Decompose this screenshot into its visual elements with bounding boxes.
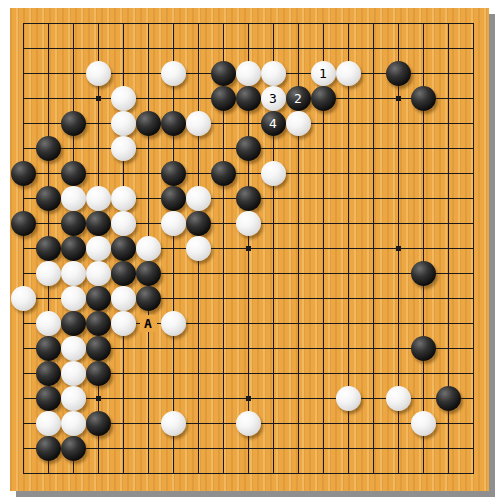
stone-white[interactable] xyxy=(261,161,286,186)
stone-black[interactable] xyxy=(386,61,411,86)
move-number-2: 2 xyxy=(286,86,311,111)
stone-white[interactable] xyxy=(86,236,111,261)
star-point xyxy=(396,96,401,101)
stone-white[interactable] xyxy=(136,236,161,261)
stone-white[interactable] xyxy=(336,61,361,86)
move-number-3: 3 xyxy=(261,86,286,111)
stone-white[interactable] xyxy=(161,61,186,86)
stone-white[interactable] xyxy=(161,411,186,436)
star-point xyxy=(96,96,101,101)
stone-black[interactable] xyxy=(61,236,86,261)
stone-black[interactable] xyxy=(36,436,61,461)
move-number-4: 4 xyxy=(261,111,286,136)
stone-white[interactable] xyxy=(111,286,136,311)
stone-black[interactable] xyxy=(61,111,86,136)
stone-black[interactable] xyxy=(61,161,86,186)
stone-black[interactable] xyxy=(36,236,61,261)
stone-black[interactable] xyxy=(186,211,211,236)
page: 1234A xyxy=(0,0,500,500)
stone-black[interactable] xyxy=(11,161,36,186)
stone-white[interactable] xyxy=(36,311,61,336)
move-number-1: 1 xyxy=(311,61,336,86)
stone-black[interactable] xyxy=(211,86,236,111)
stone-white[interactable] xyxy=(61,336,86,361)
stone-white[interactable] xyxy=(161,311,186,336)
stone-white[interactable] xyxy=(61,286,86,311)
stone-white[interactable] xyxy=(186,236,211,261)
stone-black[interactable] xyxy=(136,111,161,136)
stone-white[interactable] xyxy=(386,386,411,411)
stone-black[interactable] xyxy=(111,261,136,286)
point-label-A: A xyxy=(140,315,157,332)
stone-black[interactable] xyxy=(86,286,111,311)
stone-white[interactable] xyxy=(236,411,261,436)
stone-white[interactable] xyxy=(11,286,36,311)
stone-white[interactable] xyxy=(36,411,61,436)
stone-black[interactable] xyxy=(86,336,111,361)
stone-black[interactable] xyxy=(36,186,61,211)
stone-white[interactable] xyxy=(111,186,136,211)
stone-black[interactable] xyxy=(86,411,111,436)
stone-black[interactable] xyxy=(36,386,61,411)
stone-white[interactable] xyxy=(161,211,186,236)
stone-white[interactable] xyxy=(86,261,111,286)
stone-white[interactable] xyxy=(61,411,86,436)
star-point xyxy=(246,396,251,401)
stone-white[interactable] xyxy=(236,211,261,236)
stone-black[interactable] xyxy=(311,86,336,111)
go-board[interactable]: 1234A xyxy=(10,8,489,491)
stone-black[interactable] xyxy=(61,211,86,236)
stone-black[interactable] xyxy=(161,161,186,186)
stone-black[interactable] xyxy=(136,286,161,311)
stone-white[interactable] xyxy=(111,136,136,161)
stone-black[interactable] xyxy=(36,336,61,361)
stone-black[interactable] xyxy=(136,261,161,286)
stone-white[interactable] xyxy=(236,61,261,86)
star-point xyxy=(246,246,251,251)
stone-white[interactable] xyxy=(286,111,311,136)
stone-white[interactable] xyxy=(411,411,436,436)
stone-black[interactable] xyxy=(36,361,61,386)
stone-white[interactable] xyxy=(61,361,86,386)
stone-white[interactable] xyxy=(36,261,61,286)
stone-white[interactable] xyxy=(336,386,361,411)
stone-black[interactable] xyxy=(61,311,86,336)
stone-black[interactable] xyxy=(86,211,111,236)
stone-black[interactable] xyxy=(236,136,261,161)
stone-black[interactable] xyxy=(161,186,186,211)
stone-black[interactable] xyxy=(211,161,236,186)
stone-black[interactable] xyxy=(236,186,261,211)
stone-black[interactable] xyxy=(86,361,111,386)
star-point xyxy=(396,246,401,251)
stone-black[interactable] xyxy=(111,236,136,261)
stone-black[interactable] xyxy=(436,386,461,411)
stone-black[interactable] xyxy=(211,61,236,86)
stone-black[interactable] xyxy=(411,336,436,361)
star-point xyxy=(96,396,101,401)
stone-black[interactable] xyxy=(411,86,436,111)
stone-white[interactable] xyxy=(111,311,136,336)
stone-black[interactable] xyxy=(11,211,36,236)
stone-white[interactable] xyxy=(86,186,111,211)
stone-white[interactable] xyxy=(111,86,136,111)
stone-black[interactable] xyxy=(411,261,436,286)
stone-black[interactable] xyxy=(86,311,111,336)
stone-white[interactable] xyxy=(86,61,111,86)
stone-white[interactable] xyxy=(186,186,211,211)
stone-black[interactable] xyxy=(61,436,86,461)
stone-white[interactable] xyxy=(186,111,211,136)
stone-white[interactable] xyxy=(61,386,86,411)
stone-black[interactable] xyxy=(161,111,186,136)
stone-white[interactable] xyxy=(61,261,86,286)
stone-black[interactable] xyxy=(236,86,261,111)
stone-white[interactable] xyxy=(61,186,86,211)
stone-black[interactable] xyxy=(36,136,61,161)
stone-white[interactable] xyxy=(111,211,136,236)
stone-white[interactable] xyxy=(111,111,136,136)
stone-white[interactable] xyxy=(261,61,286,86)
